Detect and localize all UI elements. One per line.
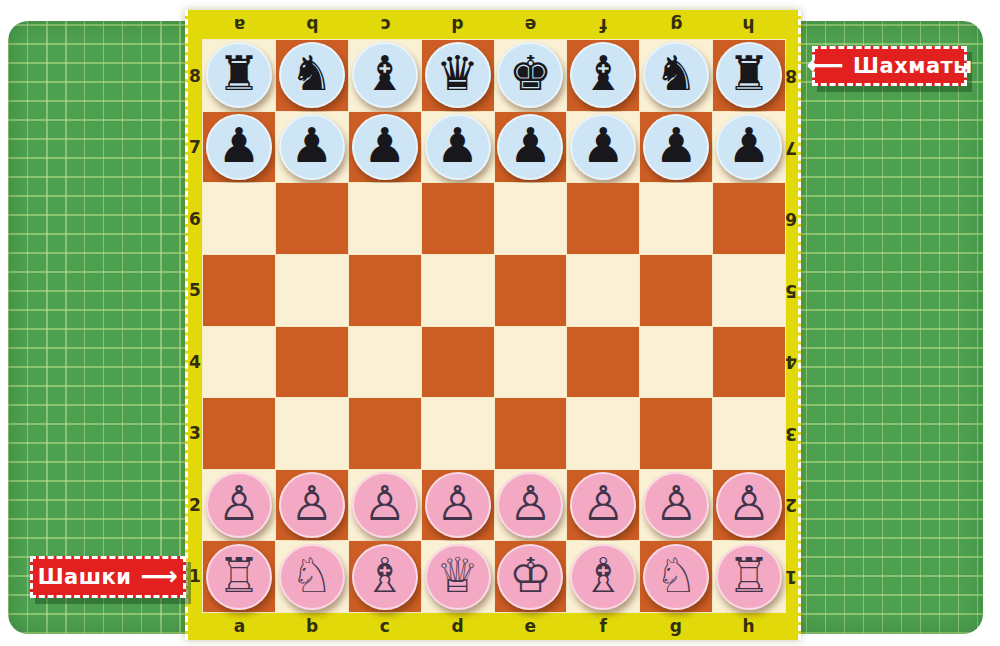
square-c7[interactable]: ♟	[349, 112, 421, 183]
rank-label-left-6: 6	[188, 183, 202, 255]
rank-label-right-7: 7	[784, 112, 798, 184]
rank-label-right-5: 5	[784, 255, 798, 327]
square-c5[interactable]	[349, 255, 421, 326]
file-label-top-b: b	[276, 14, 349, 36]
square-g8[interactable]: ♞	[640, 40, 712, 111]
square-f8[interactable]: ♝	[567, 40, 639, 111]
piece-P-b2[interactable]: ♙	[279, 472, 345, 538]
square-b7[interactable]: ♟	[276, 112, 348, 183]
file-label-bottom-d: d	[421, 614, 494, 638]
square-d1[interactable]: ♕	[422, 541, 494, 612]
square-d3[interactable]	[422, 398, 494, 469]
piece-r-a8[interactable]: ♜	[206, 42, 272, 108]
piece-p-b7[interactable]: ♟	[279, 114, 345, 180]
piece-p-h7[interactable]: ♟	[716, 114, 782, 180]
piece-P-f2[interactable]: ♙	[570, 472, 636, 538]
square-h8[interactable]: ♜	[713, 40, 785, 111]
square-d5[interactable]	[422, 255, 494, 326]
rank-label-right-4: 4	[784, 326, 798, 398]
square-b3[interactable]	[276, 398, 348, 469]
square-b4[interactable]	[276, 327, 348, 398]
piece-K-e1[interactable]: ♔	[497, 544, 563, 610]
square-d7[interactable]: ♟	[422, 112, 494, 183]
rank-label-left-2: 2	[188, 469, 202, 541]
rank-labels-right: 87654321	[784, 40, 798, 612]
square-f4[interactable]	[567, 327, 639, 398]
square-h4[interactable]	[713, 327, 785, 398]
piece-B-c1[interactable]: ♗	[352, 544, 418, 610]
square-c4[interactable]	[349, 327, 421, 398]
piece-Q-d1[interactable]: ♕	[425, 544, 491, 610]
rank-label-right-2: 2	[784, 469, 798, 541]
square-f7[interactable]: ♟	[567, 112, 639, 183]
sign-checkers: Шашки ⟶	[30, 556, 186, 598]
square-h3[interactable]	[713, 398, 785, 469]
file-label-bottom-g: g	[640, 614, 713, 638]
piece-R-h1[interactable]: ♖	[716, 544, 782, 610]
square-f5[interactable]	[567, 255, 639, 326]
file-labels-bottom: abcdefgh	[203, 614, 785, 638]
square-h2[interactable]: ♙	[713, 470, 785, 541]
square-g7[interactable]: ♟	[640, 112, 712, 183]
rank-label-right-1: 1	[784, 541, 798, 613]
left-arrow-icon: ⟵	[806, 52, 844, 78]
square-b2[interactable]: ♙	[276, 470, 348, 541]
square-c1[interactable]: ♗	[349, 541, 421, 612]
square-e4[interactable]	[495, 327, 567, 398]
square-g1[interactable]: ♘	[640, 541, 712, 612]
square-c2[interactable]: ♙	[349, 470, 421, 541]
square-b1[interactable]: ♘	[276, 541, 348, 612]
file-label-bottom-f: f	[567, 614, 640, 638]
rank-label-right-8: 8	[784, 40, 798, 112]
piece-P-e2[interactable]: ♙	[497, 472, 563, 538]
rank-label-left-5: 5	[188, 255, 202, 327]
file-label-bottom-e: e	[494, 614, 567, 638]
piece-n-b8[interactable]: ♞	[279, 42, 345, 108]
square-g4[interactable]	[640, 327, 712, 398]
board-panel: abcdefgh 87654321 87654321 ♜♞♝♛♚♝♞♜♟♟♟♟♟…	[185, 10, 801, 640]
square-a1[interactable]: ♖	[203, 541, 275, 612]
piece-P-g2[interactable]: ♙	[643, 472, 709, 538]
rank-label-left-4: 4	[188, 326, 202, 398]
piece-B-f1[interactable]: ♗	[570, 544, 636, 610]
square-a7[interactable]: ♟	[203, 112, 275, 183]
square-a6[interactable]	[203, 183, 275, 254]
square-d8[interactable]: ♛	[422, 40, 494, 111]
piece-n-g8[interactable]: ♞	[643, 42, 709, 108]
square-e6[interactable]	[495, 183, 567, 254]
sign-chess-label: Шахматы	[853, 54, 973, 78]
square-a4[interactable]	[203, 327, 275, 398]
square-b5[interactable]	[276, 255, 348, 326]
piece-r-h8[interactable]: ♜	[716, 42, 782, 108]
board: ♜♞♝♛♚♝♞♜♟♟♟♟♟♟♟♟♙♙♙♙♙♙♙♙♖♘♗♕♔♗♘♖	[203, 40, 785, 612]
square-g6[interactable]	[640, 183, 712, 254]
piece-q-d8[interactable]: ♛	[425, 42, 491, 108]
piece-p-g7[interactable]: ♟	[643, 114, 709, 180]
square-f1[interactable]: ♗	[567, 541, 639, 612]
piece-p-e7[interactable]: ♟	[497, 114, 563, 180]
piece-b-f8[interactable]: ♝	[570, 42, 636, 108]
square-a3[interactable]	[203, 398, 275, 469]
file-label-top-h: h	[712, 14, 785, 36]
square-e2[interactable]: ♙	[495, 470, 567, 541]
square-h7[interactable]: ♟	[713, 112, 785, 183]
file-label-bottom-a: a	[203, 614, 276, 638]
file-label-bottom-b: b	[276, 614, 349, 638]
file-label-top-f: f	[567, 14, 640, 36]
piece-P-d2[interactable]: ♙	[425, 472, 491, 538]
square-f3[interactable]	[567, 398, 639, 469]
square-g5[interactable]	[640, 255, 712, 326]
piece-p-a7[interactable]: ♟	[206, 114, 272, 180]
file-label-top-c: c	[349, 14, 422, 36]
piece-k-e8[interactable]: ♚	[497, 42, 563, 108]
square-c3[interactable]	[349, 398, 421, 469]
piece-R-a1[interactable]: ♖	[206, 544, 272, 610]
square-h6[interactable]	[713, 183, 785, 254]
square-c6[interactable]	[349, 183, 421, 254]
piece-p-d7[interactable]: ♟	[425, 114, 491, 180]
square-e8[interactable]: ♚	[495, 40, 567, 111]
square-f2[interactable]: ♙	[567, 470, 639, 541]
square-h1[interactable]: ♖	[713, 541, 785, 612]
piece-N-b1[interactable]: ♘	[279, 544, 345, 610]
piece-p-f7[interactable]: ♟	[570, 114, 636, 180]
rank-label-right-6: 6	[784, 183, 798, 255]
rank-labels-left: 87654321	[188, 40, 202, 612]
file-labels-top: abcdefgh	[203, 14, 785, 36]
piece-P-a2[interactable]: ♙	[206, 472, 272, 538]
piece-p-c7[interactable]: ♟	[352, 114, 418, 180]
square-e1[interactable]: ♔	[495, 541, 567, 612]
sign-checkers-label: Шашки	[38, 565, 132, 589]
square-d2[interactable]: ♙	[422, 470, 494, 541]
square-a8[interactable]: ♜	[203, 40, 275, 111]
rank-label-right-3: 3	[784, 398, 798, 470]
rank-label-left-1: 1	[188, 541, 202, 613]
piece-b-c8[interactable]: ♝	[352, 42, 418, 108]
square-e5[interactable]	[495, 255, 567, 326]
rank-label-left-8: 8	[188, 40, 202, 112]
piece-N-g1[interactable]: ♘	[643, 544, 709, 610]
file-label-top-d: d	[421, 14, 494, 36]
piece-P-c2[interactable]: ♙	[352, 472, 418, 538]
file-label-top-a: a	[203, 14, 276, 36]
file-label-top-e: e	[494, 14, 567, 36]
scene: abcdefgh 87654321 87654321 ♜♞♝♛♚♝♞♜♟♟♟♟♟…	[0, 0, 1000, 646]
square-g2[interactable]: ♙	[640, 470, 712, 541]
piece-P-h2[interactable]: ♙	[716, 472, 782, 538]
square-b8[interactable]: ♞	[276, 40, 348, 111]
file-label-top-g: g	[640, 14, 713, 36]
square-d4[interactable]	[422, 327, 494, 398]
square-e7[interactable]: ♟	[495, 112, 567, 183]
square-g3[interactable]	[640, 398, 712, 469]
square-a2[interactable]: ♙	[203, 470, 275, 541]
square-b6[interactable]	[276, 183, 348, 254]
square-c8[interactable]: ♝	[349, 40, 421, 111]
square-h5[interactable]	[713, 255, 785, 326]
square-e3[interactable]	[495, 398, 567, 469]
rank-label-left-3: 3	[188, 398, 202, 470]
square-a5[interactable]	[203, 255, 275, 326]
rank-label-left-7: 7	[188, 112, 202, 184]
square-d6[interactable]	[422, 183, 494, 254]
file-label-bottom-h: h	[712, 614, 785, 638]
square-f6[interactable]	[567, 183, 639, 254]
right-arrow-icon: ⟶	[141, 563, 179, 589]
sign-chess: ⟵ Шахматы	[812, 46, 967, 86]
file-label-bottom-c: c	[349, 614, 422, 638]
